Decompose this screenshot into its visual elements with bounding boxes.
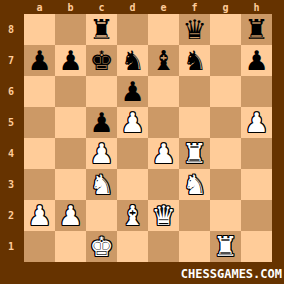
square-e3[interactable] (148, 169, 179, 200)
square-d8[interactable] (117, 14, 148, 45)
white-pawn-icon: ♟ (151, 138, 175, 169)
square-h2[interactable] (241, 200, 272, 231)
white-rook-icon: ♜ (182, 138, 206, 169)
black-pawn-icon: ♟ (58, 45, 82, 76)
black-knight-icon: ♞ (120, 45, 144, 76)
square-g6[interactable] (210, 76, 241, 107)
square-c8[interactable]: ♜ (86, 14, 117, 45)
white-knight-icon: ♞ (89, 169, 113, 200)
white-queen-icon: ♛ (151, 200, 175, 231)
square-b2[interactable]: ♟ (55, 200, 86, 231)
file-label-h: h (241, 0, 272, 14)
white-knight-icon: ♞ (182, 169, 206, 200)
square-g4[interactable] (210, 138, 241, 169)
black-knight-icon: ♞ (182, 45, 206, 76)
rank-label-4: 4 (0, 138, 22, 169)
square-b7[interactable]: ♟ (55, 45, 86, 76)
black-king-icon: ♚ (89, 45, 113, 76)
square-f2[interactable] (179, 200, 210, 231)
square-d7[interactable]: ♞ (117, 45, 148, 76)
black-pawn-icon: ♟ (120, 76, 144, 107)
square-d2[interactable]: ♝ (117, 200, 148, 231)
square-b6[interactable] (55, 76, 86, 107)
square-d3[interactable] (117, 169, 148, 200)
file-label-a: a (24, 0, 55, 14)
square-h3[interactable] (241, 169, 272, 200)
square-e6[interactable] (148, 76, 179, 107)
square-d5[interactable]: ♟ (117, 107, 148, 138)
square-f8[interactable]: ♛ (179, 14, 210, 45)
rank-label-3: 3 (0, 169, 22, 200)
white-pawn-icon: ♟ (58, 200, 82, 231)
square-c2[interactable] (86, 200, 117, 231)
file-label-g: g (210, 0, 241, 14)
square-b8[interactable] (55, 14, 86, 45)
square-b3[interactable] (55, 169, 86, 200)
square-a5[interactable] (24, 107, 55, 138)
white-pawn-icon: ♟ (27, 200, 51, 231)
square-g3[interactable] (210, 169, 241, 200)
square-c6[interactable] (86, 76, 117, 107)
file-label-b: b (55, 0, 86, 14)
square-c1[interactable]: ♚ (86, 231, 117, 262)
square-a4[interactable] (24, 138, 55, 169)
square-e2[interactable]: ♛ (148, 200, 179, 231)
square-a3[interactable] (24, 169, 55, 200)
square-f5[interactable] (179, 107, 210, 138)
square-a1[interactable] (24, 231, 55, 262)
square-b4[interactable] (55, 138, 86, 169)
rank-label-5: 5 (0, 107, 22, 138)
file-label-d: d (117, 0, 148, 14)
square-e8[interactable] (148, 14, 179, 45)
file-label-f: f (179, 0, 210, 14)
rank-label-2: 2 (0, 200, 22, 231)
rank-label-1: 1 (0, 231, 22, 262)
board: ♜♛♜♟♟♚♞♝♞♟♟♟♟♟♟♟♜♞♞♟♟♝♛♚♜ (24, 14, 272, 262)
square-a8[interactable] (24, 14, 55, 45)
square-c3[interactable]: ♞ (86, 169, 117, 200)
rank-label-7: 7 (0, 45, 22, 76)
black-pawn-icon: ♟ (244, 45, 268, 76)
white-pawn-icon: ♟ (120, 107, 144, 138)
square-g7[interactable] (210, 45, 241, 76)
square-f1[interactable] (179, 231, 210, 262)
rank-label-8: 8 (0, 14, 22, 45)
square-h7[interactable]: ♟ (241, 45, 272, 76)
square-e4[interactable]: ♟ (148, 138, 179, 169)
square-e5[interactable] (148, 107, 179, 138)
square-a7[interactable]: ♟ (24, 45, 55, 76)
rank-label-6: 6 (0, 76, 22, 107)
square-a2[interactable]: ♟ (24, 200, 55, 231)
black-pawn-icon: ♟ (27, 45, 51, 76)
black-rook-icon: ♜ (89, 14, 113, 45)
square-b1[interactable] (55, 231, 86, 262)
square-f7[interactable]: ♞ (179, 45, 210, 76)
white-king-icon: ♚ (89, 231, 113, 262)
black-bishop-icon: ♝ (151, 45, 175, 76)
black-rook-icon: ♜ (244, 14, 268, 45)
white-bishop-icon: ♝ (120, 200, 144, 231)
square-g8[interactable] (210, 14, 241, 45)
square-h6[interactable] (241, 76, 272, 107)
square-c7[interactable]: ♚ (86, 45, 117, 76)
square-g2[interactable] (210, 200, 241, 231)
white-rook-icon: ♜ (213, 231, 237, 262)
square-h4[interactable] (241, 138, 272, 169)
square-c4[interactable]: ♟ (86, 138, 117, 169)
white-pawn-icon: ♟ (244, 107, 268, 138)
square-h1[interactable] (241, 231, 272, 262)
file-label-e: e (148, 0, 179, 14)
square-f3[interactable]: ♞ (179, 169, 210, 200)
chess-board-frame: abcdefgh 87654321 ♜♛♜♟♟♚♞♝♞♟♟♟♟♟♟♟♜♞♞♟♟♝… (0, 0, 284, 284)
square-b5[interactable] (55, 107, 86, 138)
square-e1[interactable] (148, 231, 179, 262)
square-c5[interactable]: ♟ (86, 107, 117, 138)
square-d6[interactable]: ♟ (117, 76, 148, 107)
chessgames-watermark: CHESSGAMES.COM (181, 267, 282, 281)
square-g1[interactable]: ♜ (210, 231, 241, 262)
square-d1[interactable] (117, 231, 148, 262)
square-a6[interactable] (24, 76, 55, 107)
square-d4[interactable] (117, 138, 148, 169)
square-e7[interactable]: ♝ (148, 45, 179, 76)
square-h8[interactable]: ♜ (241, 14, 272, 45)
file-label-c: c (86, 0, 117, 14)
black-pawn-icon: ♟ (89, 107, 113, 138)
square-f6[interactable] (179, 76, 210, 107)
square-f4[interactable]: ♜ (179, 138, 210, 169)
square-h5[interactable]: ♟ (241, 107, 272, 138)
black-queen-icon: ♛ (182, 14, 206, 45)
white-pawn-icon: ♟ (89, 138, 113, 169)
square-g5[interactable] (210, 107, 241, 138)
